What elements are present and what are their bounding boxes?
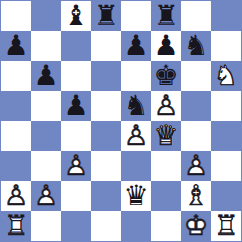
- square-h5[interactable]: [211, 91, 241, 121]
- square-h4[interactable]: [211, 121, 241, 151]
- square-a6[interactable]: [1, 61, 31, 91]
- square-b7[interactable]: [31, 31, 61, 61]
- square-e2[interactable]: ♛: [121, 181, 151, 211]
- square-f2[interactable]: [151, 181, 181, 211]
- square-h7[interactable]: [211, 31, 241, 61]
- black-queen[interactable]: ♛: [121, 181, 151, 211]
- square-f6[interactable]: ♚: [151, 61, 181, 91]
- white-rook[interactable]: ♜♖: [211, 211, 241, 241]
- square-c4[interactable]: [61, 121, 91, 151]
- square-g3[interactable]: ♟♙: [181, 151, 211, 181]
- white-bishop-outline-glyph: ♗: [181, 181, 211, 211]
- white-bishop[interactable]: ♝♗: [181, 181, 211, 211]
- square-g2[interactable]: ♝♗: [181, 181, 211, 211]
- square-d4[interactable]: [91, 121, 121, 151]
- square-f8[interactable]: ♜: [151, 1, 181, 31]
- white-pawn[interactable]: ♟♙: [1, 181, 31, 211]
- black-pawn-glyph: ♟: [31, 61, 61, 91]
- square-f3[interactable]: [151, 151, 181, 181]
- black-pawn[interactable]: ♟: [1, 31, 31, 61]
- square-a4[interactable]: [1, 121, 31, 151]
- black-pawn-glyph: ♟: [61, 91, 91, 121]
- square-h1[interactable]: ♜♖: [211, 211, 241, 241]
- white-pawn-outline-glyph: ♙: [1, 181, 31, 211]
- white-queen-outline-glyph: ♕: [151, 121, 181, 151]
- square-b1[interactable]: [31, 211, 61, 241]
- white-king[interactable]: ♚♔: [181, 211, 211, 241]
- square-a2[interactable]: ♟♙: [1, 181, 31, 211]
- square-a3[interactable]: [1, 151, 31, 181]
- black-knight-glyph: ♞: [121, 91, 151, 121]
- square-g5[interactable]: [181, 91, 211, 121]
- square-d1[interactable]: [91, 211, 121, 241]
- square-f7[interactable]: ♟: [151, 31, 181, 61]
- black-rook-glyph: ♜: [91, 1, 121, 31]
- square-b8[interactable]: [31, 1, 61, 31]
- square-c1[interactable]: [61, 211, 91, 241]
- square-g1[interactable]: ♚♔: [181, 211, 211, 241]
- square-c5[interactable]: ♟: [61, 91, 91, 121]
- black-pawn[interactable]: ♟: [61, 91, 91, 121]
- square-c8[interactable]: ♝: [61, 1, 91, 31]
- square-c6[interactable]: [61, 61, 91, 91]
- square-g6[interactable]: [181, 61, 211, 91]
- black-rook-glyph: ♜: [151, 1, 181, 31]
- black-pawn-glyph: ♟: [1, 31, 31, 61]
- black-queen-glyph: ♛: [121, 181, 151, 211]
- square-d6[interactable]: [91, 61, 121, 91]
- white-queen[interactable]: ♛♕: [151, 121, 181, 151]
- square-b2[interactable]: ♟♙: [31, 181, 61, 211]
- square-g4[interactable]: [181, 121, 211, 151]
- black-king-glyph: ♚: [151, 61, 181, 91]
- black-rook[interactable]: ♜: [91, 1, 121, 31]
- square-e6[interactable]: [121, 61, 151, 91]
- square-c7[interactable]: [61, 31, 91, 61]
- square-h3[interactable]: [211, 151, 241, 181]
- white-pawn-outline-glyph: ♙: [31, 181, 61, 211]
- square-e4[interactable]: ♟♙: [121, 121, 151, 151]
- white-rook-outline-glyph: ♖: [1, 211, 31, 241]
- square-a8[interactable]: [1, 1, 31, 31]
- black-knight[interactable]: ♞: [181, 31, 211, 61]
- black-king[interactable]: ♚: [151, 61, 181, 91]
- black-bishop[interactable]: ♝: [61, 1, 91, 31]
- white-rook[interactable]: ♜♖: [1, 211, 31, 241]
- black-pawn-glyph: ♟: [151, 31, 181, 61]
- square-e5[interactable]: ♞: [121, 91, 151, 121]
- square-e3[interactable]: [121, 151, 151, 181]
- white-pawn-outline-glyph: ♙: [151, 91, 181, 121]
- square-a1[interactable]: ♜♖: [1, 211, 31, 241]
- square-d2[interactable]: [91, 181, 121, 211]
- square-g8[interactable]: [181, 1, 211, 31]
- square-h2[interactable]: [211, 181, 241, 211]
- white-pawn-outline-glyph: ♙: [181, 151, 211, 181]
- square-b5[interactable]: [31, 91, 61, 121]
- black-bishop-glyph: ♝: [61, 1, 91, 31]
- square-h6[interactable]: ♞♘: [211, 61, 241, 91]
- square-c2[interactable]: [61, 181, 91, 211]
- square-c3[interactable]: ♟♙: [61, 151, 91, 181]
- black-pawn[interactable]: ♟: [121, 31, 151, 61]
- black-knight[interactable]: ♞: [121, 91, 151, 121]
- square-f5[interactable]: ♟♙: [151, 91, 181, 121]
- square-e7[interactable]: ♟: [121, 31, 151, 61]
- square-e8[interactable]: [121, 1, 151, 31]
- white-knight-outline-glyph: ♘: [211, 61, 241, 91]
- white-rook-outline-glyph: ♖: [211, 211, 241, 241]
- square-b4[interactable]: [31, 121, 61, 151]
- black-rook[interactable]: ♜: [151, 1, 181, 31]
- black-pawn[interactable]: ♟: [151, 31, 181, 61]
- black-knight-glyph: ♞: [181, 31, 211, 61]
- square-g7[interactable]: ♞: [181, 31, 211, 61]
- black-pawn-glyph: ♟: [121, 31, 151, 61]
- white-pawn[interactable]: ♟♙: [31, 181, 61, 211]
- white-king-outline-glyph: ♔: [181, 211, 211, 241]
- square-a7[interactable]: ♟: [1, 31, 31, 61]
- square-d8[interactable]: ♜: [91, 1, 121, 31]
- square-b6[interactable]: ♟: [31, 61, 61, 91]
- black-pawn[interactable]: ♟: [31, 61, 61, 91]
- square-a5[interactable]: [1, 91, 31, 121]
- white-pawn-outline-glyph: ♙: [61, 151, 91, 181]
- square-d3[interactable]: [91, 151, 121, 181]
- square-f4[interactable]: ♛♕: [151, 121, 181, 151]
- square-b3[interactable]: [31, 151, 61, 181]
- white-pawn[interactable]: ♟♙: [181, 151, 211, 181]
- chess-board: ♝♜♜♟♟♟♞♟♚♞♘♟♞♟♙♟♙♛♕♟♙♟♙♟♙♟♙♛♝♗♜♖♚♔♜♖: [0, 0, 242, 242]
- white-pawn[interactable]: ♟♙: [61, 151, 91, 181]
- square-h8[interactable]: [211, 1, 241, 31]
- square-d5[interactable]: [91, 91, 121, 121]
- white-knight[interactable]: ♞♘: [211, 61, 241, 91]
- square-f1[interactable]: [151, 211, 181, 241]
- white-pawn[interactable]: ♟♙: [121, 121, 151, 151]
- square-d7[interactable]: [91, 31, 121, 61]
- square-e1[interactable]: [121, 211, 151, 241]
- white-pawn[interactable]: ♟♙: [151, 91, 181, 121]
- white-pawn-outline-glyph: ♙: [121, 121, 151, 151]
